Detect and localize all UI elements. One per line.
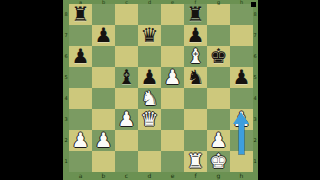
square-g4[interactable]: [207, 88, 230, 109]
square-b6[interactable]: [92, 46, 115, 67]
rank-label-right-7: 7: [252, 25, 258, 46]
square-f6[interactable]: ♝: [184, 46, 207, 67]
square-a6[interactable]: ♟: [69, 46, 92, 67]
square-c5[interactable]: ♝: [115, 67, 138, 88]
square-f3[interactable]: [184, 109, 207, 130]
square-g7[interactable]: [207, 25, 230, 46]
rank-labels-right: 87654321: [252, 4, 258, 172]
square-c7[interactable]: [115, 25, 138, 46]
piece-black-pawn-h5[interactable]: ♟: [233, 67, 251, 88]
piece-black-knight-f5[interactable]: ♞: [187, 67, 205, 88]
piece-white-pawn-g2[interactable]: ♟: [210, 130, 228, 151]
file-label-top-c: c: [115, 0, 138, 4]
rank-label-right-4: 4: [252, 88, 258, 109]
square-b7[interactable]: ♟: [92, 25, 115, 46]
square-c1[interactable]: [115, 151, 138, 172]
corner-marker: [251, 2, 256, 7]
rank-label-right-5: 5: [252, 67, 258, 88]
file-labels-bottom: abcdefgh: [69, 172, 253, 180]
square-c3[interactable]: ♟: [115, 109, 138, 130]
file-label-bottom-b: b: [92, 172, 115, 180]
square-h8[interactable]: [230, 4, 253, 25]
square-e1[interactable]: [161, 151, 184, 172]
rank-label-left-7: 7: [63, 25, 69, 46]
square-e8[interactable]: [161, 4, 184, 25]
square-f1[interactable]: ♜: [184, 151, 207, 172]
rank-labels-left: 87654321: [63, 4, 69, 172]
file-label-top-e: e: [161, 0, 184, 4]
square-f7[interactable]: ♟: [184, 25, 207, 46]
rank-label-left-3: 3: [63, 109, 69, 130]
move-arrow-head: [233, 112, 249, 124]
square-h7[interactable]: [230, 25, 253, 46]
square-h6[interactable]: [230, 46, 253, 67]
square-f4[interactable]: [184, 88, 207, 109]
square-a8[interactable]: ♜: [69, 4, 92, 25]
square-b3[interactable]: [92, 109, 115, 130]
square-c2[interactable]: [115, 130, 138, 151]
square-g6[interactable]: ♚: [207, 46, 230, 67]
square-a2[interactable]: ♟: [69, 130, 92, 151]
rank-label-left-1: 1: [63, 151, 69, 172]
piece-white-pawn-b2[interactable]: ♟: [95, 130, 113, 151]
rank-label-right-1: 1: [252, 151, 258, 172]
piece-black-rook-a8[interactable]: ♜: [72, 4, 90, 25]
piece-white-queen-d3[interactable]: ♛: [141, 109, 159, 130]
file-label-bottom-a: a: [69, 172, 92, 180]
square-d6[interactable]: [138, 46, 161, 67]
screenshot-stage: abcdefgh 87654321 87654321 ♜♜♟♛♟♟♝♚♝♟♟♞♟…: [0, 0, 320, 180]
square-d8[interactable]: [138, 4, 161, 25]
piece-white-rook-f1[interactable]: ♜: [187, 151, 205, 172]
square-d2[interactable]: [138, 130, 161, 151]
square-e5[interactable]: ♟: [161, 67, 184, 88]
square-d7[interactable]: ♛: [138, 25, 161, 46]
file-label-bottom-c: c: [115, 172, 138, 180]
file-label-top-g: g: [207, 0, 230, 4]
square-a3[interactable]: [69, 109, 92, 130]
square-h1[interactable]: [230, 151, 253, 172]
file-label-bottom-e: e: [161, 172, 184, 180]
piece-white-pawn-a2[interactable]: ♟: [72, 130, 90, 151]
piece-black-king-g6[interactable]: ♚: [210, 46, 228, 67]
chess-board: abcdefgh 87654321 87654321 ♜♜♟♛♟♟♝♚♝♟♟♞♟…: [63, 0, 258, 180]
square-b8[interactable]: [92, 4, 115, 25]
square-g1[interactable]: ♚: [207, 151, 230, 172]
piece-black-pawn-b7[interactable]: ♟: [95, 25, 113, 46]
piece-black-rook-f8[interactable]: ♜: [187, 4, 205, 25]
square-e4[interactable]: [161, 88, 184, 109]
square-e7[interactable]: [161, 25, 184, 46]
square-d4[interactable]: ♞: [138, 88, 161, 109]
square-c8[interactable]: [115, 4, 138, 25]
file-labels-top: abcdefgh: [69, 0, 253, 4]
piece-white-king-g1[interactable]: ♚: [210, 151, 228, 172]
square-a4[interactable]: [69, 88, 92, 109]
file-label-top-h: h: [230, 0, 253, 4]
piece-black-bishop-c5[interactable]: ♝: [118, 67, 136, 88]
square-a7[interactable]: [69, 25, 92, 46]
piece-white-bishop-f6[interactable]: ♝: [187, 46, 205, 67]
piece-black-pawn-a6[interactable]: ♟: [72, 46, 90, 67]
square-d1[interactable]: [138, 151, 161, 172]
square-f8[interactable]: ♜: [184, 4, 207, 25]
square-d5[interactable]: ♟: [138, 67, 161, 88]
piece-black-pawn-d5[interactable]: ♟: [141, 67, 159, 88]
piece-white-knight-d4[interactable]: ♞: [141, 88, 159, 109]
square-c4[interactable]: [115, 88, 138, 109]
file-label-top-d: d: [138, 0, 161, 4]
file-label-bottom-d: d: [138, 172, 161, 180]
file-label-bottom-g: g: [207, 172, 230, 180]
piece-white-pawn-c3[interactable]: ♟: [118, 109, 136, 130]
square-e2[interactable]: [161, 130, 184, 151]
rank-label-right-8: 8: [252, 4, 258, 25]
square-h5[interactable]: ♟: [230, 67, 253, 88]
square-b5[interactable]: [92, 67, 115, 88]
file-label-bottom-h: h: [230, 172, 253, 180]
file-label-bottom-f: f: [184, 172, 207, 180]
chess-board-grid: ♜♜♟♛♟♟♝♚♝♟♟♞♟♞♟♛♟♟♟♟♜♚: [69, 4, 253, 172]
piece-white-pawn-e5[interactable]: ♟: [164, 67, 182, 88]
rank-label-left-5: 5: [63, 67, 69, 88]
square-a5[interactable]: [69, 67, 92, 88]
rank-label-right-6: 6: [252, 46, 258, 67]
square-b2[interactable]: ♟: [92, 130, 115, 151]
square-g2[interactable]: ♟: [207, 130, 230, 151]
square-b1[interactable]: [92, 151, 115, 172]
rank-label-right-2: 2: [252, 130, 258, 151]
square-g5[interactable]: [207, 67, 230, 88]
square-f5[interactable]: ♞: [184, 67, 207, 88]
move-arrow-shaft: [239, 123, 244, 154]
square-e3[interactable]: [161, 109, 184, 130]
square-e6[interactable]: [161, 46, 184, 67]
square-d3[interactable]: ♛: [138, 109, 161, 130]
rank-label-right-3: 3: [252, 109, 258, 130]
rank-label-left-8: 8: [63, 4, 69, 25]
rank-label-left-4: 4: [63, 88, 69, 109]
piece-black-pawn-f7[interactable]: ♟: [187, 25, 205, 46]
rank-label-left-6: 6: [63, 46, 69, 67]
square-f2[interactable]: [184, 130, 207, 151]
square-g3[interactable]: [207, 109, 230, 130]
square-c6[interactable]: [115, 46, 138, 67]
square-g8[interactable]: [207, 4, 230, 25]
square-h4[interactable]: [230, 88, 253, 109]
square-b4[interactable]: [92, 88, 115, 109]
piece-black-queen-d7[interactable]: ♛: [141, 25, 159, 46]
file-label-top-b: b: [92, 0, 115, 4]
square-a1[interactable]: [69, 151, 92, 172]
rank-label-left-2: 2: [63, 130, 69, 151]
